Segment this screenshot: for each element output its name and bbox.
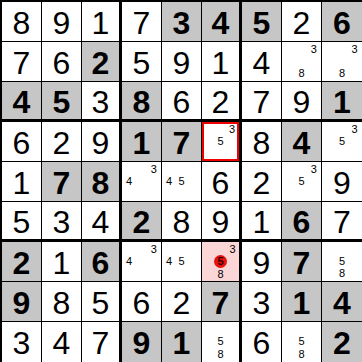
given-digit: 8 <box>92 167 110 199</box>
candidate-8: 8 <box>214 268 227 280</box>
cell-r9c5[interactable]: 1 <box>162 322 202 362</box>
candidate-8: 8 <box>295 348 307 361</box>
cell-r1c9[interactable]: 6 <box>322 2 362 42</box>
cell-r3c9[interactable]: 1 <box>322 82 362 122</box>
cell-r4c8[interactable]: 4 <box>282 122 322 162</box>
cell-r8c1[interactable]: 9 <box>2 282 42 322</box>
cell-r6c4[interactable]: 2 <box>122 202 162 242</box>
candidate-3: 3 <box>308 43 320 55</box>
cell-r9c1[interactable]: 3 <box>2 322 42 362</box>
cell-r2c4[interactable]: 5 <box>122 42 162 82</box>
solved-digit: 1 <box>92 7 110 39</box>
solved-digit: 9 <box>253 247 271 279</box>
solved-digit: 5 <box>133 47 151 79</box>
colored-candidate-5: 5 <box>214 255 227 268</box>
cell-r8c8[interactable]: 1 <box>282 282 322 322</box>
solved-digit: 9 <box>293 86 311 118</box>
solved-digit: 1 <box>253 206 271 238</box>
cell-r9c4[interactable]: 9 <box>122 322 162 362</box>
cell-r6c3[interactable]: 4 <box>82 202 122 242</box>
candidate-grid: 35 <box>323 123 361 160</box>
cell-r9c2[interactable]: 4 <box>42 322 82 362</box>
given-digit: 5 <box>253 7 271 39</box>
candidate-3: 3 <box>148 243 160 255</box>
cell-r7c8[interactable]: 7 <box>282 242 322 282</box>
solved-digit: 4 <box>53 327 71 359</box>
cell-r2c2[interactable]: 6 <box>42 42 82 82</box>
cell-r8c4[interactable]: 6 <box>122 282 162 322</box>
candidate-4: 4 <box>123 255 135 267</box>
given-digit: 4 <box>13 86 31 118</box>
cell-r1c1[interactable]: 8 <box>2 2 42 42</box>
solved-digit: 9 <box>173 47 191 79</box>
cell-r1c6[interactable]: 4 <box>202 2 242 42</box>
candidate-8: 8 <box>336 268 349 280</box>
candidate-3: 3 <box>348 123 361 135</box>
cell-r4c9[interactable]: 35 <box>322 122 362 162</box>
given-digit: 9 <box>13 287 31 319</box>
candidate-grid: 58 <box>203 323 238 361</box>
cell-r2c9[interactable]: 38 <box>322 42 362 82</box>
candidate-8: 8 <box>215 348 227 361</box>
candidate-5: 5 <box>336 135 349 147</box>
solved-digit: 6 <box>53 47 71 79</box>
given-digit: 6 <box>92 247 110 279</box>
cell-r1c3[interactable]: 1 <box>82 2 122 42</box>
cell-r9c3[interactable]: 7 <box>82 322 122 362</box>
cell-r4c2[interactable]: 2 <box>42 122 82 162</box>
cell-r2c3[interactable]: 2 <box>82 42 122 82</box>
solved-digit: 5 <box>92 287 110 319</box>
candidate-8: 8 <box>295 68 307 80</box>
cell-r1c5[interactable]: 3 <box>162 2 202 42</box>
candidate-grid: 45 <box>163 243 200 280</box>
sudoku-board: 8917345267625914383845386279162917358435… <box>0 0 362 362</box>
cell-r6c2[interactable]: 3 <box>42 202 82 242</box>
solved-digit: 6 <box>173 86 191 118</box>
solved-digit: 2 <box>293 7 311 39</box>
cell-r3c8[interactable]: 9 <box>282 82 322 122</box>
given-digit: 7 <box>173 127 191 159</box>
given-digit: 2 <box>13 247 31 279</box>
solved-digit: 5 <box>13 206 31 238</box>
solved-digit: 4 <box>92 206 110 238</box>
candidate-5: 5 <box>295 175 307 187</box>
solved-digit: 2 <box>173 287 191 319</box>
given-digit: 4 <box>333 287 351 319</box>
candidate-3: 3 <box>348 43 361 55</box>
candidate-grid: 35 <box>283 163 320 200</box>
cell-r4c4[interactable]: 1 <box>122 122 162 162</box>
cell-r6c1[interactable]: 5 <box>2 202 42 242</box>
solved-digit: 3 <box>253 287 271 319</box>
cell-r4c6[interactable]: 35 <box>202 122 242 162</box>
cell-r8c3[interactable]: 5 <box>82 282 122 322</box>
candidate-grid: 35 <box>203 123 238 160</box>
cell-r5c4[interactable]: 34 <box>122 162 162 202</box>
candidate-3: 3 <box>227 243 238 255</box>
solved-digit: 2 <box>253 167 271 199</box>
given-digit: 7 <box>212 287 230 319</box>
cell-r1c2[interactable]: 9 <box>42 2 82 42</box>
given-digit: 2 <box>333 327 351 359</box>
solved-digit: 6 <box>212 167 230 199</box>
cell-r6c9[interactable]: 7 <box>322 202 362 242</box>
candidate-grid: 358 <box>203 243 238 280</box>
cell-r7c1[interactable]: 2 <box>2 242 42 282</box>
candidate-5: 5 <box>175 255 187 267</box>
solved-digit: 9 <box>92 127 110 159</box>
solved-digit: 1 <box>53 247 71 279</box>
solved-digit: 3 <box>13 327 31 359</box>
cell-r8c2[interactable]: 8 <box>42 282 82 322</box>
cell-r4c1[interactable]: 6 <box>2 122 42 162</box>
candidate-grid: 34 <box>123 243 160 280</box>
candidate-3: 3 <box>148 163 160 175</box>
given-digit: 1 <box>333 86 351 118</box>
cell-r6c7[interactable]: 1 <box>242 202 282 242</box>
solved-digit: 9 <box>53 7 71 39</box>
solved-digit: 8 <box>253 127 271 159</box>
cell-r7c2[interactable]: 1 <box>42 242 82 282</box>
given-digit: 2 <box>92 47 110 79</box>
cell-r3c4[interactable]: 8 <box>122 82 162 122</box>
candidate-5: 5 <box>215 336 227 349</box>
solved-digit: 7 <box>13 47 31 79</box>
solved-digit: 3 <box>53 206 71 238</box>
given-digit: 9 <box>133 327 151 359</box>
cell-r5c3[interactable]: 8 <box>82 162 122 202</box>
solved-digit: 9 <box>212 206 230 238</box>
cell-r8c6[interactable]: 7 <box>202 282 242 322</box>
cell-r7c4[interactable]: 34 <box>122 242 162 282</box>
cell-r9c8[interactable]: 58 <box>282 322 322 362</box>
solved-digit: 1 <box>13 167 31 199</box>
given-digit: 1 <box>293 287 311 319</box>
cell-r3c2[interactable]: 5 <box>42 82 82 122</box>
given-digit: 4 <box>212 7 230 39</box>
solved-digit: 1 <box>212 47 230 79</box>
cell-r2c6[interactable]: 1 <box>202 42 242 82</box>
given-digit: 5 <box>53 86 71 118</box>
cell-r8c5[interactable]: 2 <box>162 282 202 322</box>
cell-r6c6[interactable]: 9 <box>202 202 242 242</box>
cell-r3c1[interactable]: 4 <box>2 82 42 122</box>
candidate-grid: 38 <box>283 43 320 80</box>
solved-digit: 6 <box>13 127 31 159</box>
candidate-grid: 58 <box>323 243 361 280</box>
cell-r9c9[interactable]: 2 <box>322 322 362 362</box>
cell-r8c9[interactable]: 4 <box>322 282 362 322</box>
solved-digit: 6 <box>133 287 151 319</box>
cell-r7c7[interactable]: 9 <box>242 242 282 282</box>
solved-digit: 7 <box>92 327 110 359</box>
given-digit: 1 <box>173 327 191 359</box>
cell-r2c8[interactable]: 38 <box>282 42 322 82</box>
given-digit: 6 <box>333 7 351 39</box>
cell-r3c5[interactable]: 6 <box>162 82 202 122</box>
cell-r9c6[interactable]: 58 <box>202 322 242 362</box>
candidate-grid: 45 <box>163 163 200 200</box>
given-digit: 7 <box>293 247 311 279</box>
cell-r5c1[interactable]: 1 <box>2 162 42 202</box>
cell-r5c5[interactable]: 45 <box>162 162 202 202</box>
candidate-4: 4 <box>123 175 135 187</box>
candidate-4: 4 <box>163 175 175 187</box>
solved-digit: 6 <box>253 327 271 359</box>
given-digit: 3 <box>173 7 191 39</box>
solved-digit: 4 <box>253 47 271 79</box>
given-digit: 1 <box>133 127 151 159</box>
candidate-8: 8 <box>336 68 349 80</box>
cell-r2c5[interactable]: 9 <box>162 42 202 82</box>
candidate-5: 5 <box>215 135 227 147</box>
given-digit: 4 <box>293 127 311 159</box>
given-digit: 7 <box>53 167 71 199</box>
solved-digit: 3 <box>92 86 110 118</box>
given-digit: 6 <box>293 206 311 238</box>
cell-r5c8[interactable]: 35 <box>282 162 322 202</box>
given-digit: 2 <box>133 206 151 238</box>
cell-r6c5[interactable]: 8 <box>162 202 202 242</box>
solved-digit: 8 <box>53 287 71 319</box>
cell-r7c5[interactable]: 45 <box>162 242 202 282</box>
cell-r3c6[interactable]: 2 <box>202 82 242 122</box>
solved-digit: 7 <box>253 86 271 118</box>
solved-digit: 8 <box>13 7 31 39</box>
candidate-5: 5 <box>175 175 187 187</box>
cell-r3c7[interactable]: 7 <box>242 82 282 122</box>
candidate-4: 4 <box>163 255 175 267</box>
candidate-grid: 58 <box>283 323 320 361</box>
candidate-5: 5 <box>295 336 307 349</box>
cell-r5c7[interactable]: 2 <box>242 162 282 202</box>
solved-digit: 7 <box>133 7 151 39</box>
candidate-grid: 38 <box>323 43 361 80</box>
candidate-5: 5 <box>336 255 349 267</box>
cell-r4c3[interactable]: 9 <box>82 122 122 162</box>
candidate-3: 3 <box>226 123 238 135</box>
cell-r1c8[interactable]: 2 <box>282 2 322 42</box>
cell-r5c6[interactable]: 6 <box>202 162 242 202</box>
solved-digit: 9 <box>333 167 351 199</box>
cell-r7c3[interactable]: 6 <box>82 242 122 282</box>
cell-r1c4[interactable]: 7 <box>122 2 162 42</box>
cell-r1c7[interactable]: 5 <box>242 2 282 42</box>
cell-r5c2[interactable]: 7 <box>42 162 82 202</box>
given-digit: 8 <box>133 86 151 118</box>
cell-r4c7[interactable]: 8 <box>242 122 282 162</box>
solved-digit: 7 <box>333 206 351 238</box>
cell-r2c7[interactable]: 4 <box>242 42 282 82</box>
cell-r9c7[interactable]: 6 <box>242 322 282 362</box>
candidate-grid: 34 <box>123 163 160 200</box>
solved-digit: 2 <box>53 127 71 159</box>
cell-r8c7[interactable]: 3 <box>242 282 282 322</box>
candidate-3: 3 <box>308 163 320 175</box>
cell-r7c9[interactable]: 58 <box>322 242 362 282</box>
cell-r6c8[interactable]: 6 <box>282 202 322 242</box>
cell-r7c6[interactable]: 358 <box>202 242 242 282</box>
solved-digit: 8 <box>173 206 191 238</box>
cell-r3c3[interactable]: 3 <box>82 82 122 122</box>
cell-r5c9[interactable]: 9 <box>322 162 362 202</box>
solved-digit: 2 <box>212 86 230 118</box>
cell-r4c5[interactable]: 7 <box>162 122 202 162</box>
cell-r2c1[interactable]: 7 <box>2 42 42 82</box>
